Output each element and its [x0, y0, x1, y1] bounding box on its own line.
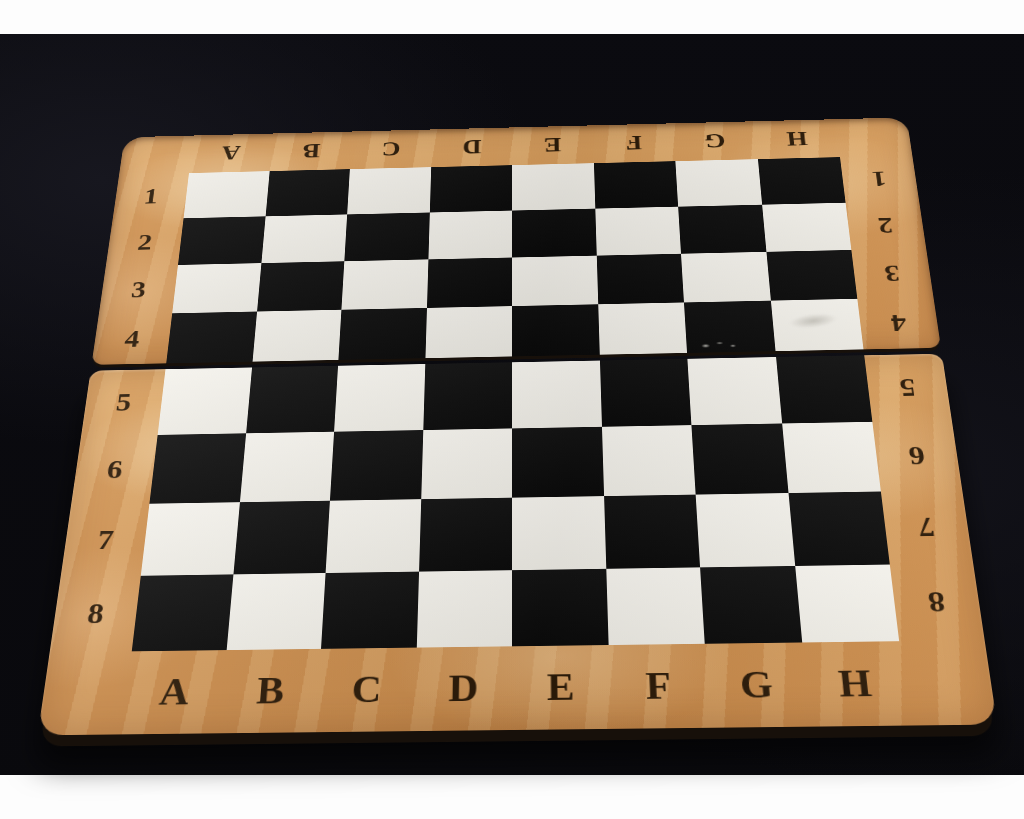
border-corner-top-right [835, 117, 912, 157]
square-g2[interactable] [678, 205, 766, 254]
rank-label-left-2: 2 [106, 218, 184, 266]
file-label-top-e: E [512, 125, 594, 165]
square-h5[interactable] [776, 355, 873, 423]
square-f2[interactable] [595, 207, 681, 256]
square-d7[interactable] [419, 498, 512, 572]
square-a8[interactable] [132, 574, 233, 651]
square-f5[interactable] [600, 359, 692, 427]
square-a5[interactable] [158, 367, 252, 434]
rank-label-left-1: 1 [113, 173, 189, 220]
square-g4[interactable] [684, 301, 775, 353]
square-g8[interactable] [700, 566, 802, 644]
square-f6[interactable] [602, 425, 696, 496]
rank-label-left-5: 5 [81, 369, 165, 436]
square-e1[interactable] [512, 163, 595, 210]
square-d2[interactable] [428, 211, 512, 260]
file-label-bottom-a: A [122, 650, 226, 734]
square-c5[interactable] [334, 364, 425, 432]
scuff-specks [693, 338, 748, 351]
file-label-top-b: B [269, 131, 352, 171]
square-d6[interactable] [421, 428, 512, 499]
square-e2[interactable] [512, 209, 596, 258]
square-g7[interactable] [696, 493, 795, 567]
square-d4[interactable] [425, 306, 512, 358]
file-label-bottom-b: B [219, 649, 321, 733]
square-b1[interactable] [265, 169, 350, 216]
square-a3[interactable] [172, 263, 261, 313]
rank-label-left-4: 4 [91, 313, 172, 365]
square-f4[interactable] [598, 302, 687, 354]
square-b5[interactable] [246, 366, 338, 434]
square-e7[interactable] [512, 496, 606, 570]
square-g6[interactable] [691, 423, 788, 494]
file-label-bottom-h: H [802, 641, 910, 726]
file-label-bottom-g: G [705, 642, 810, 727]
file-label-bottom-c: C [316, 648, 416, 733]
file-label-top-f: F [592, 123, 675, 163]
square-b3[interactable] [257, 261, 345, 311]
square-b8[interactable] [226, 573, 325, 650]
rank-label-left-7: 7 [61, 504, 150, 577]
rank-label-right-2: 2 [846, 201, 927, 250]
square-h1[interactable] [758, 157, 846, 205]
square-h7[interactable] [788, 491, 890, 565]
square-c3[interactable] [341, 259, 428, 309]
square-h2[interactable] [762, 203, 852, 252]
square-c2[interactable] [344, 212, 429, 261]
board-half-bottom: 55667788ABCDEFGH [38, 354, 998, 736]
file-label-top-c: C [350, 129, 432, 169]
rank-label-right-6: 6 [872, 420, 962, 491]
square-b6[interactable] [239, 432, 334, 503]
file-label-top-a: A [189, 134, 273, 174]
square-h3[interactable] [766, 250, 857, 301]
photo-stage: ABCDEFGH11223344 55667788ABCDEFGH [0, 0, 1024, 819]
rank-label-left-8: 8 [50, 576, 141, 653]
square-g5[interactable] [687, 357, 781, 425]
square-f8[interactable] [606, 567, 705, 645]
rank-label-right-1: 1 [840, 155, 919, 202]
square-a1[interactable] [184, 171, 270, 218]
square-d3[interactable] [427, 258, 512, 308]
rank-label-right-3: 3 [851, 248, 933, 299]
square-b7[interactable] [233, 501, 330, 575]
square-a2[interactable] [178, 216, 265, 265]
rank-label-right-7: 7 [881, 490, 973, 564]
file-label-top-d: D [431, 127, 512, 167]
square-c7[interactable] [326, 499, 421, 573]
rank-label-left-3: 3 [99, 265, 178, 315]
square-d1[interactable] [429, 165, 512, 212]
square-e8[interactable] [512, 569, 608, 647]
square-e6[interactable] [512, 427, 604, 498]
file-label-bottom-d: D [414, 646, 512, 731]
square-b2[interactable] [261, 214, 347, 263]
square-f3[interactable] [596, 254, 684, 305]
square-g1[interactable] [675, 159, 761, 207]
square-a4[interactable] [166, 312, 256, 364]
border-corner-top-left [119, 136, 193, 175]
square-f1[interactable] [594, 161, 679, 208]
white-band-bottom [0, 775, 1024, 819]
file-label-bottom-e: E [512, 645, 611, 730]
square-f7[interactable] [604, 495, 700, 569]
square-h4[interactable] [770, 299, 863, 351]
square-e5[interactable] [512, 361, 602, 429]
square-d5[interactable] [423, 362, 512, 430]
square-g3[interactable] [681, 252, 770, 303]
square-c4[interactable] [338, 308, 426, 360]
square-d8[interactable] [416, 570, 512, 647]
square-c1[interactable] [347, 167, 431, 214]
rank-label-right-4: 4 [857, 297, 941, 349]
border-corner-bottom-left [38, 651, 132, 735]
file-label-bottom-f: F [608, 644, 710, 729]
smudge-mark [779, 308, 847, 334]
square-h6[interactable] [782, 422, 881, 493]
square-b4[interactable] [252, 310, 341, 362]
board-half-top: ABCDEFGH11223344 [91, 117, 941, 364]
square-a7[interactable] [141, 502, 240, 576]
rank-label-right-8: 8 [890, 563, 985, 641]
white-band-top [0, 0, 1024, 34]
chessboard: ABCDEFGH11223344 55667788ABCDEFGH [38, 117, 998, 735]
square-c8[interactable] [321, 572, 419, 649]
square-h8[interactable] [795, 565, 899, 643]
square-c6[interactable] [330, 430, 423, 501]
file-label-top-h: H [754, 119, 840, 159]
square-e4[interactable] [512, 304, 599, 356]
square-a6[interactable] [149, 433, 245, 503]
rank-label-right-5: 5 [864, 354, 952, 422]
square-e3[interactable] [512, 256, 598, 306]
border-corner-bottom-right [899, 640, 997, 725]
file-label-top-g: G [673, 121, 757, 161]
rank-label-left-6: 6 [71, 435, 158, 505]
